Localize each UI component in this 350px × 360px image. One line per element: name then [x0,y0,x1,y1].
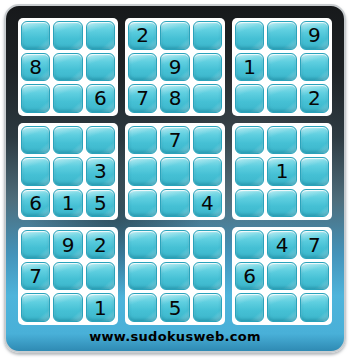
box-r1c1: 74 [125,123,225,221]
box-r2c1: 5 [125,227,225,325]
cell-r3c2[interactable] [53,84,82,113]
cell-r9c1[interactable] [21,293,50,322]
cell-r4c9[interactable] [300,126,329,155]
cell-r8c2[interactable] [53,262,82,291]
cell-r1c7[interactable] [235,21,264,50]
sudoku-box-grid: 862978912361574192715476 [18,18,332,325]
cell-r6c4[interactable] [128,189,157,218]
cell-r2c1[interactable]: 8 [21,53,50,82]
cell-r7c3[interactable]: 2 [86,230,115,259]
cell-r3c9[interactable]: 2 [300,84,329,113]
cell-r4c1[interactable] [21,126,50,155]
cell-r2c2[interactable] [53,53,82,82]
cell-r3c4[interactable]: 7 [128,84,157,113]
cell-r4c3[interactable] [86,126,115,155]
cell-r6c3[interactable]: 5 [86,189,115,218]
cell-r8c8[interactable] [267,262,296,291]
cell-r3c5[interactable]: 8 [160,84,189,113]
cell-r8c5[interactable] [160,262,189,291]
cell-r7c4[interactable] [128,230,157,259]
cell-r3c7[interactable] [235,84,264,113]
cell-r5c5[interactable] [160,157,189,186]
cell-r9c3[interactable]: 1 [86,293,115,322]
cell-r5c9[interactable] [300,157,329,186]
cell-r4c4[interactable] [128,126,157,155]
cell-r7c9[interactable]: 7 [300,230,329,259]
sudoku-board: 862978912361574192715476 www.sudokusweb.… [4,4,346,353]
box-r1c2: 1 [232,123,332,221]
cell-r7c8[interactable]: 4 [267,230,296,259]
cell-r5c4[interactable] [128,157,157,186]
cell-r8c1[interactable]: 7 [21,262,50,291]
cell-r1c3[interactable] [86,21,115,50]
cell-r3c1[interactable] [21,84,50,113]
box-r1c0: 3615 [18,123,118,221]
cell-r9c6[interactable] [193,293,222,322]
cell-r8c7[interactable]: 6 [235,262,264,291]
cell-r1c6[interactable] [193,21,222,50]
cell-r6c5[interactable] [160,189,189,218]
cell-r3c6[interactable] [193,84,222,113]
cell-r9c8[interactable] [267,293,296,322]
cell-r2c4[interactable] [128,53,157,82]
box-r2c2: 476 [232,227,332,325]
cell-r4c7[interactable] [235,126,264,155]
cell-r4c6[interactable] [193,126,222,155]
cell-r2c9[interactable] [300,53,329,82]
cell-r5c2[interactable] [53,157,82,186]
cell-r1c5[interactable] [160,21,189,50]
cell-r6c9[interactable] [300,189,329,218]
cell-r8c3[interactable] [86,262,115,291]
cell-r9c4[interactable] [128,293,157,322]
cell-r1c9[interactable]: 9 [300,21,329,50]
cell-r8c4[interactable] [128,262,157,291]
cell-r2c8[interactable] [267,53,296,82]
cell-r1c8[interactable] [267,21,296,50]
cell-r1c4[interactable]: 2 [128,21,157,50]
cell-r1c2[interactable] [53,21,82,50]
box-r0c1: 2978 [125,18,225,116]
cell-r9c9[interactable] [300,293,329,322]
cell-r6c1[interactable]: 6 [21,189,50,218]
cell-r6c8[interactable] [267,189,296,218]
cell-r6c2[interactable]: 1 [53,189,82,218]
page: { "game": "sudoku", "board": { "size": 9… [0,0,350,360]
cell-r8c9[interactable] [300,262,329,291]
box-r2c0: 9271 [18,227,118,325]
cell-r9c5[interactable]: 5 [160,293,189,322]
footer-url-link[interactable]: www.sudokusweb.com [6,327,344,347]
cell-r5c1[interactable] [21,157,50,186]
cell-r7c2[interactable]: 9 [53,230,82,259]
cell-r7c6[interactable] [193,230,222,259]
cell-r6c6[interactable]: 4 [193,189,222,218]
box-r0c2: 912 [232,18,332,116]
cell-r6c7[interactable] [235,189,264,218]
cell-r1c1[interactable] [21,21,50,50]
cell-r5c6[interactable] [193,157,222,186]
cell-r9c7[interactable] [235,293,264,322]
box-r0c0: 86 [18,18,118,116]
cell-r9c2[interactable] [53,293,82,322]
cell-r7c1[interactable] [21,230,50,259]
cell-r4c5[interactable]: 7 [160,126,189,155]
cell-r2c6[interactable] [193,53,222,82]
cell-r3c3[interactable]: 6 [86,84,115,113]
cell-r5c7[interactable] [235,157,264,186]
cell-r7c7[interactable] [235,230,264,259]
cell-r7c5[interactable] [160,230,189,259]
cell-r4c2[interactable] [53,126,82,155]
cell-r2c7[interactable]: 1 [235,53,264,82]
cell-r3c8[interactable] [267,84,296,113]
cell-r2c5[interactable]: 9 [160,53,189,82]
cell-r4c8[interactable] [267,126,296,155]
cell-r5c8[interactable]: 1 [267,157,296,186]
cell-r2c3[interactable] [86,53,115,82]
cell-r8c6[interactable] [193,262,222,291]
cell-r5c3[interactable]: 3 [86,157,115,186]
